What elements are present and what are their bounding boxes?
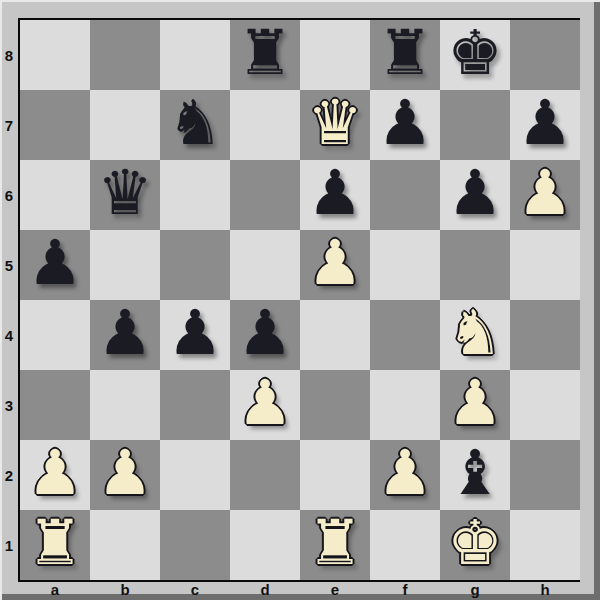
square-d6[interactable] <box>230 160 300 230</box>
rank-label-5: 5 <box>0 230 18 300</box>
piece-white-rook-a1[interactable]: ♜ <box>27 508 83 578</box>
piece-black-rook-d8[interactable]: ♜ <box>237 18 293 88</box>
square-g4[interactable]: ♞ <box>440 300 510 370</box>
rank-label-2: 2 <box>0 440 18 510</box>
square-d8[interactable]: ♜ <box>230 20 300 90</box>
rank-label-1: 1 <box>0 510 18 580</box>
piece-black-queen-b6[interactable]: ♛ <box>97 158 153 228</box>
square-e7[interactable]: ♛ <box>300 90 370 160</box>
piece-white-pawn-h6[interactable]: ♟ <box>517 158 573 228</box>
piece-black-knight-c7[interactable]: ♞ <box>167 88 223 158</box>
piece-black-pawn-a5[interactable]: ♟ <box>27 228 83 298</box>
square-c1[interactable] <box>160 510 230 580</box>
piece-black-pawn-e6[interactable]: ♟ <box>307 158 363 228</box>
square-d5[interactable] <box>230 230 300 300</box>
file-label-g: g <box>440 580 510 598</box>
square-f1[interactable] <box>370 510 440 580</box>
square-b7[interactable] <box>90 90 160 160</box>
square-d4[interactable]: ♟ <box>230 300 300 370</box>
piece-black-pawn-d4[interactable]: ♟ <box>237 298 293 368</box>
file-label-e: e <box>300 580 370 598</box>
square-e1[interactable]: ♜ <box>300 510 370 580</box>
square-a5[interactable]: ♟ <box>20 230 90 300</box>
file-label-f: f <box>370 580 440 598</box>
square-c7[interactable]: ♞ <box>160 90 230 160</box>
rank-label-6: 6 <box>0 160 18 230</box>
file-label-c: c <box>160 580 230 598</box>
square-g1[interactable]: ♚ <box>440 510 510 580</box>
file-label-h: h <box>510 580 580 598</box>
piece-white-pawn-f2[interactable]: ♟ <box>377 438 433 508</box>
square-b6[interactable]: ♛ <box>90 160 160 230</box>
square-a3[interactable] <box>20 370 90 440</box>
piece-white-pawn-b2[interactable]: ♟ <box>97 438 153 508</box>
piece-white-pawn-g3[interactable]: ♟ <box>447 368 503 438</box>
square-e3[interactable] <box>300 370 370 440</box>
square-g3[interactable]: ♟ <box>440 370 510 440</box>
piece-black-pawn-b4[interactable]: ♟ <box>97 298 153 368</box>
square-b8[interactable] <box>90 20 160 90</box>
square-b5[interactable] <box>90 230 160 300</box>
square-g8[interactable]: ♚ <box>440 20 510 90</box>
square-h6[interactable]: ♟ <box>510 160 580 230</box>
square-a4[interactable] <box>20 300 90 370</box>
rank-labels: 87654321 <box>0 20 18 580</box>
square-g7[interactable] <box>440 90 510 160</box>
square-h3[interactable] <box>510 370 580 440</box>
square-d3[interactable]: ♟ <box>230 370 300 440</box>
square-h4[interactable] <box>510 300 580 370</box>
piece-white-pawn-d3[interactable]: ♟ <box>237 368 293 438</box>
square-c5[interactable] <box>160 230 230 300</box>
square-b1[interactable] <box>90 510 160 580</box>
square-f6[interactable] <box>370 160 440 230</box>
square-d1[interactable] <box>230 510 300 580</box>
square-f4[interactable] <box>370 300 440 370</box>
rank-label-3: 3 <box>0 370 18 440</box>
square-a6[interactable] <box>20 160 90 230</box>
chessboard: ♜♜♚♞♛♟♟♛♟♟♟♟♟♟♟♟♞♟♟♟♟♟♝♜♜♚ <box>20 20 580 580</box>
square-c3[interactable] <box>160 370 230 440</box>
square-f5[interactable] <box>370 230 440 300</box>
square-a1[interactable]: ♜ <box>20 510 90 580</box>
square-h2[interactable] <box>510 440 580 510</box>
file-label-d: d <box>230 580 300 598</box>
piece-black-pawn-f7[interactable]: ♟ <box>377 88 433 158</box>
square-b4[interactable]: ♟ <box>90 300 160 370</box>
square-a2[interactable]: ♟ <box>20 440 90 510</box>
board-border: ♜♜♚♞♛♟♟♛♟♟♟♟♟♟♟♟♞♟♟♟♟♟♝♜♜♚ <box>18 18 580 582</box>
square-f8[interactable]: ♜ <box>370 20 440 90</box>
square-d7[interactable] <box>230 90 300 160</box>
square-h5[interactable] <box>510 230 580 300</box>
square-c6[interactable] <box>160 160 230 230</box>
square-c4[interactable]: ♟ <box>160 300 230 370</box>
square-c2[interactable] <box>160 440 230 510</box>
square-h8[interactable] <box>510 20 580 90</box>
piece-black-pawn-c4[interactable]: ♟ <box>167 298 223 368</box>
square-h7[interactable]: ♟ <box>510 90 580 160</box>
piece-black-rook-f8[interactable]: ♜ <box>377 18 433 88</box>
rank-label-8: 8 <box>0 20 18 90</box>
piece-white-pawn-a2[interactable]: ♟ <box>27 438 83 508</box>
square-f7[interactable]: ♟ <box>370 90 440 160</box>
square-e4[interactable] <box>300 300 370 370</box>
square-b2[interactable]: ♟ <box>90 440 160 510</box>
rank-label-7: 7 <box>0 90 18 160</box>
square-f2[interactable]: ♟ <box>370 440 440 510</box>
file-label-b: b <box>90 580 160 598</box>
square-a7[interactable] <box>20 90 90 160</box>
square-g6[interactable]: ♟ <box>440 160 510 230</box>
piece-white-rook-e1[interactable]: ♜ <box>307 508 363 578</box>
square-e8[interactable] <box>300 20 370 90</box>
piece-black-pawn-g6[interactable]: ♟ <box>447 158 503 228</box>
square-b3[interactable] <box>90 370 160 440</box>
file-labels: abcdefgh <box>20 580 580 598</box>
piece-black-king-g8[interactable]: ♚ <box>447 18 503 88</box>
square-e5[interactable]: ♟ <box>300 230 370 300</box>
square-g2[interactable]: ♝ <box>440 440 510 510</box>
piece-black-bishop-g2[interactable]: ♝ <box>447 438 503 508</box>
piece-white-king-g1[interactable]: ♚ <box>447 508 503 578</box>
square-g5[interactable] <box>440 230 510 300</box>
piece-black-pawn-h7[interactable]: ♟ <box>517 88 573 158</box>
square-h1[interactable] <box>510 510 580 580</box>
chessboard-frame: 87654321 abcdefgh ♜♜♚♞♛♟♟♛♟♟♟♟♟♟♟♟♞♟♟♟♟♟… <box>0 0 600 600</box>
piece-white-pawn-e5[interactable]: ♟ <box>307 228 363 298</box>
square-d2[interactable] <box>230 440 300 510</box>
square-a8[interactable] <box>20 20 90 90</box>
square-c8[interactable] <box>160 20 230 90</box>
file-label-a: a <box>20 580 90 598</box>
square-e6[interactable]: ♟ <box>300 160 370 230</box>
rank-label-4: 4 <box>0 300 18 370</box>
square-e2[interactable] <box>300 440 370 510</box>
piece-white-queen-e7[interactable]: ♛ <box>307 88 363 158</box>
piece-white-knight-g4[interactable]: ♞ <box>447 298 503 368</box>
square-f3[interactable] <box>370 370 440 440</box>
